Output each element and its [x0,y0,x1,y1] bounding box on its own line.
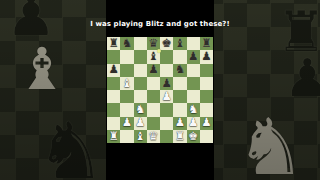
square-a7[interactable] [107,50,120,63]
square-f3[interactable] [173,103,186,116]
white-pawn-g2[interactable]: ♟ [188,117,198,129]
square-g7[interactable]: ♟ [187,50,200,63]
square-h2[interactable]: ♟ [200,117,213,130]
square-b4[interactable] [120,90,133,103]
square-b1[interactable] [120,130,133,143]
square-d5[interactable] [147,77,160,90]
black-king-e8[interactable]: ♚ [161,37,171,49]
white-rook-a1[interactable]: ♜ [108,130,118,142]
square-h3[interactable] [200,103,213,116]
square-h6[interactable] [200,64,213,77]
square-e3[interactable] [160,103,173,116]
square-b8[interactable]: ♞ [120,37,133,50]
square-a1[interactable]: ♜ [107,130,120,143]
square-a3[interactable] [107,103,120,116]
square-c1[interactable]: ♝ [134,130,147,143]
black-knight-f6[interactable]: ♞ [175,64,185,76]
white-pawn-h2[interactable]: ♟ [201,117,211,129]
white-knight-c3[interactable]: ♞ [135,104,145,116]
square-g1[interactable]: ♚ [187,130,200,143]
white-bishop-b5[interactable]: ♝ [122,77,132,89]
square-c4[interactable] [134,90,147,103]
white-pawn-e4[interactable]: ♟ [161,90,171,102]
square-c6[interactable] [134,64,147,77]
black-queen-d8[interactable]: ♛ [148,37,158,49]
square-h1[interactable] [200,130,213,143]
black-pawn-d6[interactable]: ♟ [148,64,158,76]
square-f4[interactable] [173,90,186,103]
white-bishop-c1[interactable]: ♝ [135,130,145,142]
square-e5[interactable]: ♟ [160,77,173,90]
square-f5[interactable] [173,77,186,90]
square-g6[interactable] [187,64,200,77]
square-e4[interactable]: ♟ [160,90,173,103]
square-g3[interactable]: ♞ [187,103,200,116]
black-bishop-f8[interactable]: ♝ [175,37,185,49]
white-king-g1[interactable]: ♚ [188,130,198,142]
black-rook-a8[interactable]: ♜ [108,37,118,49]
square-f8[interactable]: ♝ [173,37,186,50]
square-a5[interactable] [107,77,120,90]
square-b2[interactable]: ♟ [120,117,133,130]
square-b5[interactable]: ♝ [120,77,133,90]
square-d6[interactable]: ♟ [147,64,160,77]
square-b7[interactable] [120,50,133,63]
square-h4[interactable] [200,90,213,103]
square-b3[interactable] [120,103,133,116]
square-e8[interactable]: ♚ [160,37,173,50]
square-e2[interactable] [160,117,173,130]
square-a4[interactable] [107,90,120,103]
square-h5[interactable] [200,77,213,90]
black-knight-b8[interactable]: ♞ [122,37,132,49]
square-f1[interactable]: ♜ [173,130,186,143]
square-h7[interactable]: ♟ [200,50,213,63]
square-f2[interactable]: ♟ [173,117,186,130]
square-d3[interactable] [147,103,160,116]
square-g4[interactable] [187,90,200,103]
square-c8[interactable] [134,37,147,50]
square-d2[interactable] [147,117,160,130]
overlay-title: I was playing Blitz and got these?! [0,20,320,28]
square-c5[interactable] [134,77,147,90]
white-rook-f1[interactable]: ♜ [175,130,185,142]
square-e7[interactable] [160,50,173,63]
white-pawn-b2[interactable]: ♟ [122,117,132,129]
black-pawn-g7[interactable]: ♟ [188,51,198,63]
white-pawn-c2[interactable]: ♟ [135,117,145,129]
square-a2[interactable] [107,117,120,130]
square-e6[interactable] [160,64,173,77]
square-f6[interactable]: ♞ [173,64,186,77]
video-frame: ♟♝♞ ♜♟♞ I was playing Blitz and got thes… [0,0,320,180]
black-pawn-a6[interactable]: ♟ [108,64,118,76]
white-pawn-f2[interactable]: ♟ [175,117,185,129]
square-h8[interactable]: ♜ [200,37,213,50]
square-g2[interactable]: ♟ [187,117,200,130]
square-g5[interactable] [187,77,200,90]
square-e1[interactable] [160,130,173,143]
move-highlight-dot [157,49,161,53]
square-g8[interactable] [187,37,200,50]
square-d1[interactable]: ♛ [147,130,160,143]
white-queen-d1[interactable]: ♛ [148,130,158,142]
white-knight-g3[interactable]: ♞ [188,104,198,116]
square-a6[interactable]: ♟ [107,64,120,77]
square-c3[interactable]: ♞ [134,103,147,116]
square-d4[interactable] [147,90,160,103]
chess-board: ♜♞♛♚♝♜♝♟♟♟♟♞♝♟♟♞♞♟♟♟♟♟♜♝♛♜♚ [107,37,213,143]
square-a8[interactable]: ♜ [107,37,120,50]
square-c2[interactable]: ♟ [134,117,147,130]
square-f7[interactable] [173,50,186,63]
black-pawn-h7[interactable]: ♟ [201,51,211,63]
square-c7[interactable] [134,50,147,63]
square-b6[interactable] [120,64,133,77]
black-rook-h8[interactable]: ♜ [201,37,211,49]
black-pawn-e5[interactable]: ♟ [161,77,171,89]
